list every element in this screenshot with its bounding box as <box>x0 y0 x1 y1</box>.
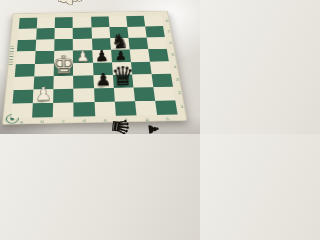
square-g6[interactable] <box>128 38 148 50</box>
square-e8[interactable] <box>91 16 109 27</box>
square-g7[interactable] <box>127 27 146 39</box>
chess-board: ♞ abcdefgh 87654321 ♞♟♟♟♚♟♛♟ <box>2 11 187 125</box>
piece-black-pawn-e3[interactable]: ♟ <box>95 73 111 87</box>
square-f2[interactable] <box>113 87 134 101</box>
square-g1[interactable] <box>135 101 157 116</box>
square-d7[interactable] <box>73 28 92 40</box>
brand-text-mark <box>9 45 15 65</box>
square-h3[interactable] <box>151 74 173 87</box>
lying-black-pawn-bottom[interactable]: ♟ <box>147 123 158 134</box>
board-border: ♞ abcdefgh 87654321 ♞♟♟♟♚♟♛♟ <box>2 11 187 125</box>
square-a4[interactable] <box>15 64 35 77</box>
square-f3[interactable]: ♛ <box>113 74 134 87</box>
piece-black-pawn-f5[interactable]: ♟ <box>115 51 127 62</box>
square-c7[interactable] <box>55 28 73 40</box>
file-label-a: a <box>11 120 32 125</box>
piece-black-pawn-e5[interactable]: ♟ <box>95 50 109 62</box>
rank-label-3: 3 <box>175 73 181 86</box>
rank-label-2: 2 <box>177 87 183 101</box>
square-h2[interactable] <box>153 87 175 101</box>
piece-black-queen-f3[interactable]: ♛ <box>111 66 135 87</box>
square-b7[interactable] <box>36 28 55 40</box>
rank-label-8: 8 <box>165 15 170 26</box>
square-e5[interactable]: ♟ <box>92 50 112 62</box>
square-a6[interactable] <box>17 40 36 52</box>
square-c1[interactable] <box>53 102 74 117</box>
file-label-b: b <box>32 119 53 124</box>
square-h7[interactable] <box>145 26 165 37</box>
square-a3[interactable] <box>14 76 35 90</box>
square-f1[interactable] <box>114 101 136 116</box>
square-b8[interactable] <box>37 17 55 28</box>
square-h5[interactable] <box>148 49 169 61</box>
square-e7[interactable] <box>91 27 110 39</box>
rank-label-7: 7 <box>167 26 172 37</box>
square-b1[interactable] <box>32 103 53 118</box>
square-h1[interactable] <box>155 100 178 115</box>
lying-black-piece-bottom[interactable]: ♛ <box>110 116 130 134</box>
board-grid: ♞♟♟♟♚♟♛♟ <box>11 16 177 118</box>
square-d1[interactable] <box>74 102 95 117</box>
square-h6[interactable] <box>147 37 167 49</box>
file-label-g: g <box>136 117 157 122</box>
rank-label-5: 5 <box>171 49 176 61</box>
square-d3[interactable] <box>73 75 93 89</box>
square-c4[interactable]: ♚ <box>54 63 74 76</box>
square-a7[interactable] <box>18 29 37 41</box>
square-h4[interactable] <box>150 61 171 74</box>
square-c8[interactable] <box>55 17 73 28</box>
file-label-h: h <box>157 117 178 121</box>
square-c3[interactable] <box>54 75 74 89</box>
file-label-d: d <box>74 118 95 123</box>
rank-label-4: 4 <box>173 61 178 74</box>
square-b4[interactable] <box>34 63 54 76</box>
square-c2[interactable] <box>53 89 73 103</box>
piece-white-king-c4[interactable]: ♚ <box>52 54 75 75</box>
square-e1[interactable] <box>94 102 115 117</box>
piece-white-pawn-d5[interactable]: ♟ <box>76 50 90 62</box>
square-d8[interactable] <box>73 17 91 28</box>
square-f8[interactable] <box>108 16 127 27</box>
rank-label-6: 6 <box>169 37 174 49</box>
file-label-c: c <box>53 119 74 124</box>
square-a5[interactable] <box>16 51 36 64</box>
square-a2[interactable] <box>13 89 34 103</box>
square-d5[interactable]: ♟ <box>73 50 92 62</box>
square-b2[interactable]: ♟ <box>33 89 54 103</box>
square-g2[interactable] <box>133 87 155 101</box>
square-e2[interactable] <box>94 88 115 102</box>
square-h8[interactable] <box>144 16 163 27</box>
square-d2[interactable] <box>74 88 94 102</box>
square-g8[interactable] <box>126 16 145 27</box>
rank-label-1: 1 <box>179 100 185 114</box>
square-g3[interactable] <box>132 74 153 87</box>
square-d4[interactable] <box>73 63 93 76</box>
chessboard-photo: { "game": "chess", "scene": { "descripti… <box>0 0 200 134</box>
piece-white-pawn-b2[interactable]: ♟ <box>34 87 51 103</box>
square-a8[interactable] <box>19 18 38 29</box>
lying-white-pawn-top[interactable]: ♟ <box>71 0 84 6</box>
